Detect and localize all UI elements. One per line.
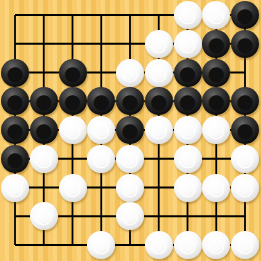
white-stone: ○	[145, 30, 173, 58]
white-stone: ○	[87, 231, 115, 259]
intersection-r6c8[interactable]	[202, 144, 231, 173]
black-stone: ●	[1, 116, 29, 144]
intersection-r9c6[interactable]: ○	[144, 231, 173, 260]
intersection-r2c9[interactable]: ●	[231, 29, 260, 58]
black-stone: ●	[1, 145, 29, 173]
white-stone: ○	[30, 145, 58, 173]
black-stone: ●	[30, 87, 58, 115]
black-stone: ●	[174, 59, 202, 87]
white-stone: ○	[174, 30, 202, 58]
intersection-r5c3[interactable]: ○	[58, 116, 87, 145]
intersection-r4c2[interactable]: ●	[29, 87, 58, 116]
intersection-r7c1[interactable]: ○	[1, 173, 30, 202]
intersection-r1c5[interactable]	[116, 1, 145, 30]
black-stone: ●	[231, 1, 259, 29]
intersection-r2c6[interactable]: ○	[144, 29, 173, 58]
intersection-r6c3[interactable]	[58, 144, 87, 173]
white-stone: ○	[231, 145, 259, 173]
intersection-r1c7[interactable]: ○	[173, 1, 202, 30]
intersection-r1c4[interactable]	[87, 1, 116, 30]
intersection-r8c6[interactable]	[144, 202, 173, 231]
white-stone: ○	[231, 174, 259, 202]
intersection-r5c9[interactable]: ●	[231, 116, 260, 145]
intersection-r7c9[interactable]: ○	[231, 173, 260, 202]
intersection-r1c2[interactable]	[29, 1, 58, 30]
intersection-r7c4[interactable]	[87, 173, 116, 202]
white-stone: ○	[116, 202, 144, 230]
black-stone: ●	[202, 87, 230, 115]
black-stone: ●	[174, 87, 202, 115]
intersection-r7c5[interactable]: ○	[116, 173, 145, 202]
white-stone: ○	[116, 145, 144, 173]
intersection-r2c7[interactable]: ○	[173, 29, 202, 58]
intersection-r2c1[interactable]	[1, 29, 30, 58]
intersection-r2c5[interactable]	[116, 29, 145, 58]
intersection-r9c8[interactable]: ○	[202, 231, 231, 260]
white-stone: ○	[145, 231, 173, 259]
intersection-r9c9[interactable]: ○	[231, 231, 260, 260]
white-stone: ○	[202, 1, 230, 29]
intersection-r6c9[interactable]: ○	[231, 144, 260, 173]
black-stone: ●	[59, 87, 87, 115]
intersection-r3c1[interactable]: ●	[1, 58, 30, 87]
intersection-r5c5[interactable]: ●	[116, 116, 145, 145]
white-stone: ○	[174, 231, 202, 259]
intersection-r7c8[interactable]: ○	[202, 173, 231, 202]
intersection-r5c6[interactable]: ○	[144, 116, 173, 145]
black-stone: ●	[59, 59, 87, 87]
white-stone: ○	[59, 174, 87, 202]
intersection-r2c8[interactable]: ●	[202, 29, 231, 58]
intersection-r4c6[interactable]: ●	[144, 87, 173, 116]
board-intersections: ○○●○○●●●●○○●●●●●●●●●●●●●○○●○○○●●○○○○○○○○…	[1, 1, 260, 260]
intersection-r2c3[interactable]	[58, 29, 87, 58]
intersection-r1c3[interactable]	[58, 1, 87, 30]
intersection-r4c8[interactable]: ●	[202, 87, 231, 116]
white-stone: ○	[202, 231, 230, 259]
intersection-r3c5[interactable]: ○	[116, 58, 145, 87]
black-stone: ●	[1, 59, 29, 87]
intersection-r7c2[interactable]	[29, 173, 58, 202]
intersection-r2c4[interactable]	[87, 29, 116, 58]
intersection-r8c3[interactable]	[58, 202, 87, 231]
intersection-r6c4[interactable]: ○	[87, 144, 116, 173]
black-stone: ●	[202, 30, 230, 58]
black-stone: ●	[202, 59, 230, 87]
intersection-r8c4[interactable]	[87, 202, 116, 231]
intersection-r5c4[interactable]: ○	[87, 116, 116, 145]
intersection-r8c9[interactable]	[231, 202, 260, 231]
intersection-r3c6[interactable]: ○	[144, 58, 173, 87]
white-stone: ○	[87, 116, 115, 144]
intersection-r1c1[interactable]	[1, 1, 30, 30]
black-stone: ●	[30, 116, 58, 144]
go-board: ○○●○○●●●●○○●●●●●●●●●●●●●○○●○○○●●○○○○○○○○…	[0, 0, 261, 261]
intersection-r1c9[interactable]: ●	[231, 1, 260, 30]
white-stone: ○	[174, 1, 202, 29]
intersection-r1c8[interactable]: ○	[202, 1, 231, 30]
intersection-r2c2[interactable]	[29, 29, 58, 58]
white-stone: ○	[145, 116, 173, 144]
intersection-r4c4[interactable]: ●	[87, 87, 116, 116]
intersection-r4c1[interactable]: ●	[1, 87, 30, 116]
intersection-r3c7[interactable]: ●	[173, 58, 202, 87]
white-stone: ○	[87, 145, 115, 173]
intersection-r8c8[interactable]	[202, 202, 231, 231]
intersection-r7c7[interactable]: ○	[173, 173, 202, 202]
black-stone: ●	[231, 87, 259, 115]
intersection-r7c6[interactable]	[144, 173, 173, 202]
black-stone: ●	[231, 116, 259, 144]
intersection-r6c5[interactable]: ○	[116, 144, 145, 173]
intersection-r8c5[interactable]: ○	[116, 202, 145, 231]
intersection-r4c9[interactable]: ●	[231, 87, 260, 116]
intersection-r6c1[interactable]: ●	[1, 144, 30, 173]
white-stone: ○	[174, 174, 202, 202]
intersection-r8c1[interactable]	[1, 202, 30, 231]
white-stone: ○	[202, 116, 230, 144]
intersection-r9c2[interactable]	[29, 231, 58, 260]
intersection-r6c7[interactable]: ○	[173, 144, 202, 173]
white-stone: ○	[145, 59, 173, 87]
black-stone: ●	[1, 87, 29, 115]
intersection-r5c1[interactable]: ●	[1, 116, 30, 145]
white-stone: ○	[1, 174, 29, 202]
white-stone: ○	[59, 116, 87, 144]
intersection-r3c4[interactable]	[87, 58, 116, 87]
intersection-r8c2[interactable]: ○	[29, 202, 58, 231]
intersection-r6c2[interactable]: ○	[29, 144, 58, 173]
black-stone: ●	[116, 116, 144, 144]
intersection-r9c4[interactable]: ○	[87, 231, 116, 260]
intersection-r4c7[interactable]: ●	[173, 87, 202, 116]
intersection-r8c7[interactable]	[173, 202, 202, 231]
black-stone: ●	[87, 87, 115, 115]
intersection-r3c9[interactable]	[231, 58, 260, 87]
intersection-r5c2[interactable]: ●	[29, 116, 58, 145]
intersection-r3c3[interactable]: ●	[58, 58, 87, 87]
black-stone: ●	[116, 87, 144, 115]
white-stone: ○	[202, 174, 230, 202]
intersection-r7c3[interactable]: ○	[58, 173, 87, 202]
white-stone: ○	[174, 116, 202, 144]
intersection-r5c7[interactable]: ○	[173, 116, 202, 145]
white-stone: ○	[30, 202, 58, 230]
intersection-r9c1[interactable]	[1, 231, 30, 260]
intersection-r9c5[interactable]	[116, 231, 145, 260]
intersection-r9c7[interactable]: ○	[173, 231, 202, 260]
intersection-r9c3[interactable]	[58, 231, 87, 260]
intersection-r5c8[interactable]: ○	[202, 116, 231, 145]
intersection-r3c2[interactable]	[29, 58, 58, 87]
white-stone: ○	[231, 231, 259, 259]
black-stone: ●	[231, 30, 259, 58]
intersection-r6c6[interactable]	[144, 144, 173, 173]
white-stone: ○	[116, 59, 144, 87]
black-stone: ●	[145, 87, 173, 115]
intersection-r4c3[interactable]: ●	[58, 87, 87, 116]
white-stone: ○	[174, 145, 202, 173]
intersection-r4c5[interactable]: ●	[116, 87, 145, 116]
intersection-r3c8[interactable]: ●	[202, 58, 231, 87]
intersection-r1c6[interactable]	[144, 1, 173, 30]
white-stone: ○	[116, 174, 144, 202]
